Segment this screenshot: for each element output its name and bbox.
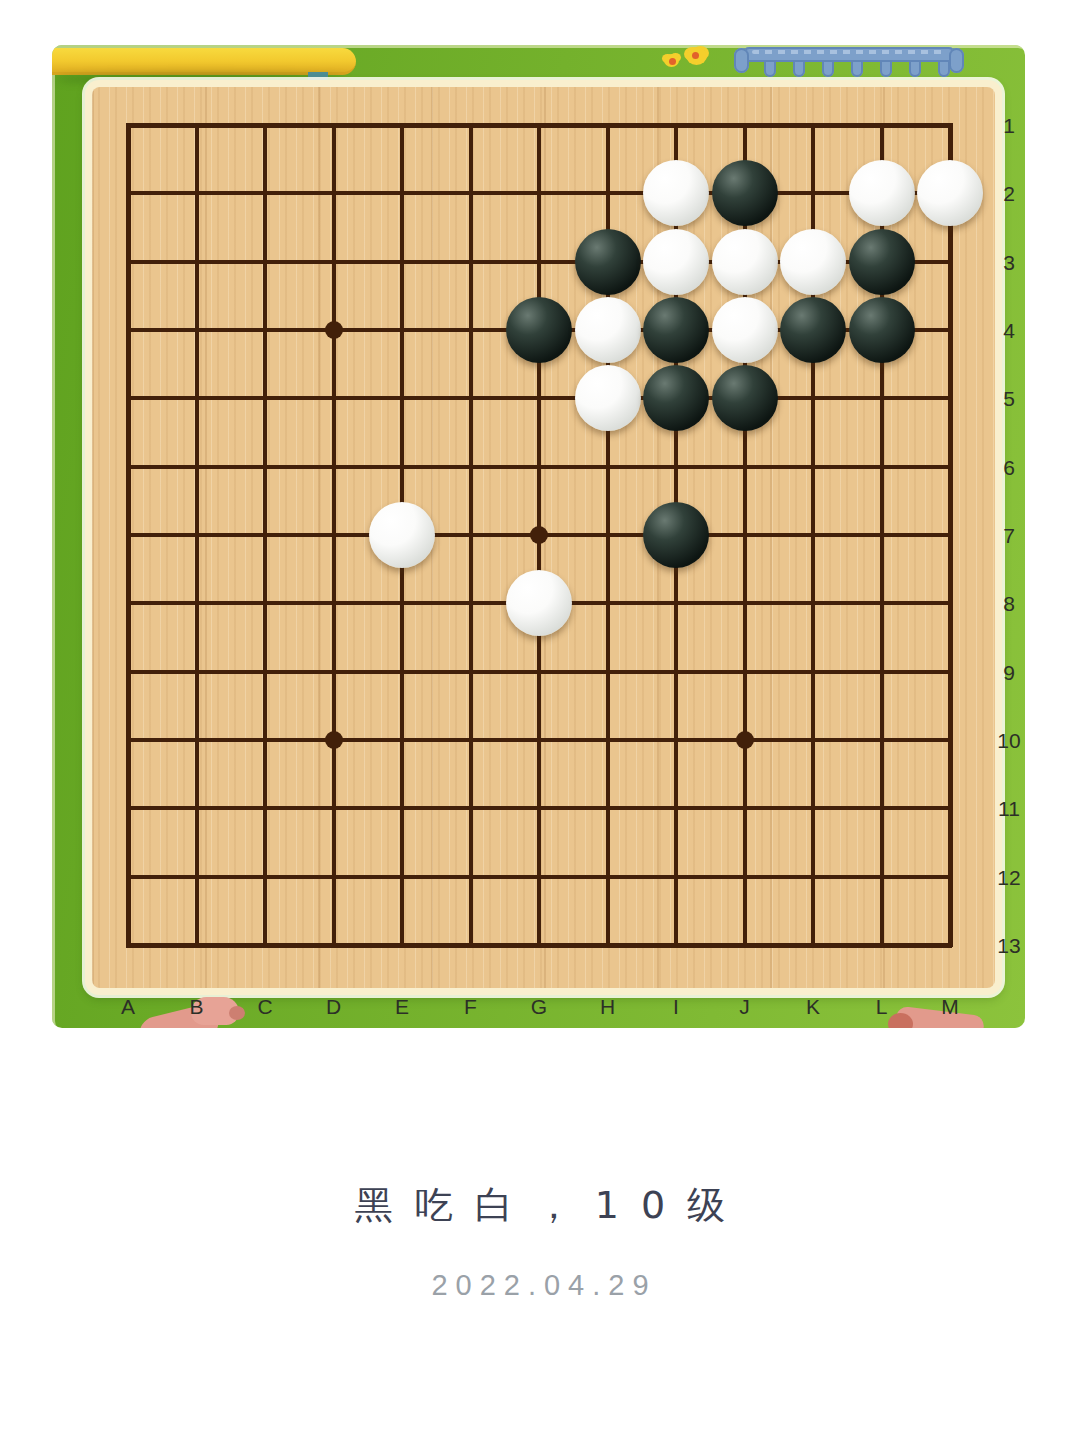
board-grid[interactable] <box>128 125 950 945</box>
stone-white-E7[interactable] <box>369 502 435 568</box>
page: { "game": "go", "puzzle": { "title": "黑吃… <box>0 0 1080 1439</box>
row-label-8: 8 <box>997 592 1021 616</box>
column-label-C: C <box>250 995 280 1019</box>
row-label-13: 13 <box>997 934 1021 958</box>
fence-post <box>793 60 805 77</box>
column-label-A: A <box>113 995 143 1019</box>
row-label-4: 4 <box>997 319 1021 343</box>
star-point-D10 <box>325 731 343 749</box>
go-app-screenshot: ABCDEFGHIJKLM12345678910111213 <box>52 45 1025 1028</box>
column-label-B: B <box>182 995 212 1019</box>
stone-black-J5[interactable] <box>712 365 778 431</box>
grid-line-vertical <box>948 123 953 947</box>
row-label-11: 11 <box>997 797 1021 821</box>
star-point-J10 <box>736 731 754 749</box>
caption: 黑吃白，10级 2022.04.29 <box>0 1180 1080 1302</box>
flower-icon <box>664 54 679 67</box>
row-label-12: 12 <box>997 866 1021 890</box>
row-label-2: 2 <box>997 182 1021 206</box>
stone-white-I2[interactable] <box>643 160 709 226</box>
row-label-10: 10 <box>997 729 1021 753</box>
puzzle-title: 黑吃白，10级 <box>0 1180 1080 1231</box>
puzzle-date: 2022.04.29 <box>0 1269 1080 1302</box>
column-label-E: E <box>387 995 417 1019</box>
fence-post <box>909 60 921 77</box>
stone-black-I7[interactable] <box>643 502 709 568</box>
stone-black-J2[interactable] <box>712 160 778 226</box>
piglet-hoof-cleft <box>229 1006 245 1020</box>
row-label-6: 6 <box>997 456 1021 480</box>
fence-post <box>822 60 834 77</box>
fence-post <box>938 60 950 77</box>
stone-black-K4[interactable] <box>780 297 846 363</box>
row-label-3: 3 <box>997 251 1021 275</box>
fence-post <box>880 60 892 77</box>
row-label-7: 7 <box>997 524 1021 548</box>
stone-white-I3[interactable] <box>643 229 709 295</box>
column-label-L: L <box>867 995 897 1019</box>
fence-end-post <box>949 48 964 73</box>
grid-line-horizontal <box>126 670 952 674</box>
fence-post <box>764 60 776 77</box>
stone-white-H5[interactable] <box>575 365 641 431</box>
stone-black-L3[interactable] <box>849 229 915 295</box>
stone-black-I5[interactable] <box>643 365 709 431</box>
row-label-1: 1 <box>997 114 1021 138</box>
column-label-G: G <box>524 995 554 1019</box>
stone-black-H3[interactable] <box>575 229 641 295</box>
grid-line-horizontal <box>126 806 952 810</box>
column-label-K: K <box>798 995 828 1019</box>
grid-line-horizontal <box>126 738 952 742</box>
column-label-F: F <box>456 995 486 1019</box>
stone-white-L2[interactable] <box>849 160 915 226</box>
row-label-5: 5 <box>997 387 1021 411</box>
stone-white-M2[interactable] <box>917 160 983 226</box>
grid-line-horizontal <box>126 943 952 948</box>
column-label-I: I <box>661 995 691 1019</box>
stone-black-L4[interactable] <box>849 297 915 363</box>
flower-icon <box>686 47 707 65</box>
stone-white-K3[interactable] <box>780 229 846 295</box>
blue-fence-icon <box>734 45 964 81</box>
star-point-D4 <box>325 321 343 339</box>
grid-line-horizontal <box>126 875 952 879</box>
stone-white-J4[interactable] <box>712 297 778 363</box>
fence-post <box>851 60 863 77</box>
stone-black-G4[interactable] <box>506 297 572 363</box>
column-label-H: H <box>593 995 623 1019</box>
row-label-9: 9 <box>997 661 1021 685</box>
stone-white-G8[interactable] <box>506 570 572 636</box>
column-label-D: D <box>319 995 349 1019</box>
stone-white-H4[interactable] <box>575 297 641 363</box>
yellow-shelf <box>52 48 356 75</box>
star-point-G7 <box>530 526 548 544</box>
column-label-M: M <box>935 995 965 1019</box>
fence-end-post <box>734 48 749 73</box>
column-label-J: J <box>730 995 760 1019</box>
stone-black-I4[interactable] <box>643 297 709 363</box>
stone-white-J3[interactable] <box>712 229 778 295</box>
